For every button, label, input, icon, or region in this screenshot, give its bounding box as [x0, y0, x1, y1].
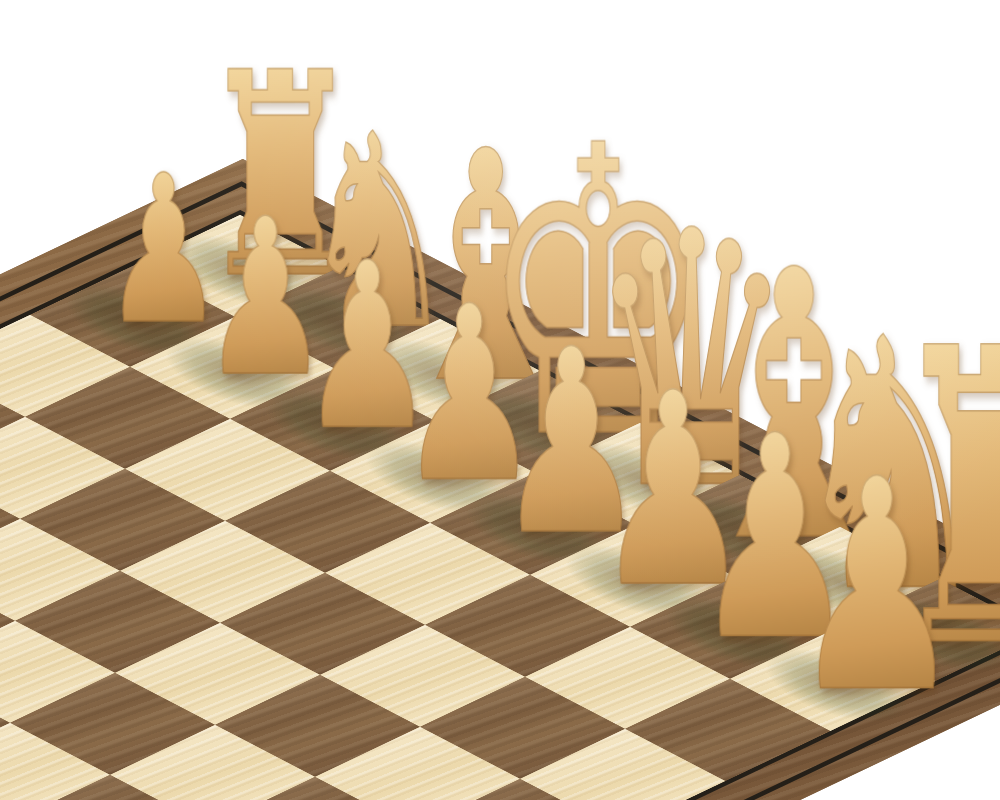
chess-piece-glyph: ♟ [791, 441, 963, 732]
product-photo-stage: ♜♞♝♚♛♝♞♜♟♟♟♟♟♟♟♟ [0, 0, 1000, 800]
board-grid: ♜♞♝♚♛♝♞♜♟♟♟♟♟♟♟♟ [0, 215, 1000, 800]
chess-board: ♜♞♝♚♛♝♞♜♟♟♟♟♟♟♟♟ [0, 159, 1000, 800]
